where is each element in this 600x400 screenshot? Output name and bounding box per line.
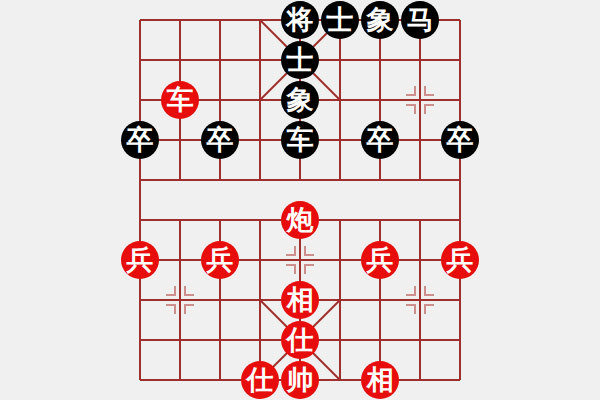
piece-black-soldier[interactable]: 卒	[121, 121, 159, 159]
piece-red-elephant[interactable]: 相	[281, 281, 319, 319]
piece-red-soldier[interactable]: 兵	[121, 241, 159, 279]
piece-black-soldier[interactable]: 卒	[441, 121, 479, 159]
piece-red-elephant[interactable]: 相	[361, 361, 399, 399]
piece-black-soldier[interactable]: 卒	[201, 121, 239, 159]
piece-red-soldier[interactable]: 兵	[361, 241, 399, 279]
piece-black-advisor[interactable]: 士	[321, 1, 359, 39]
piece-black-soldier[interactable]: 卒	[361, 121, 399, 159]
piece-black-general[interactable]: 将	[281, 1, 319, 39]
piece-red-soldier[interactable]: 兵	[201, 241, 239, 279]
piece-black-chariot[interactable]: 车	[281, 121, 319, 159]
piece-grid: 将士象马士象车卒卒卒卒车炮兵兵兵兵相仕仕帅相	[120, 0, 480, 400]
piece-black-advisor[interactable]: 士	[281, 41, 319, 79]
piece-red-general[interactable]: 帅	[281, 361, 319, 399]
piece-red-advisor[interactable]: 仕	[281, 321, 319, 359]
piece-black-elephant[interactable]: 象	[361, 1, 399, 39]
xiangqi-board: 将士象马士象车卒卒卒卒车炮兵兵兵兵相仕仕帅相	[0, 0, 600, 400]
piece-red-advisor[interactable]: 仕	[241, 361, 279, 399]
piece-red-cannon[interactable]: 炮	[281, 201, 319, 239]
piece-red-chariot[interactable]: 车	[161, 81, 199, 119]
piece-black-elephant[interactable]: 象	[281, 81, 319, 119]
piece-red-soldier[interactable]: 兵	[441, 241, 479, 279]
piece-black-horse[interactable]: 马	[401, 1, 439, 39]
